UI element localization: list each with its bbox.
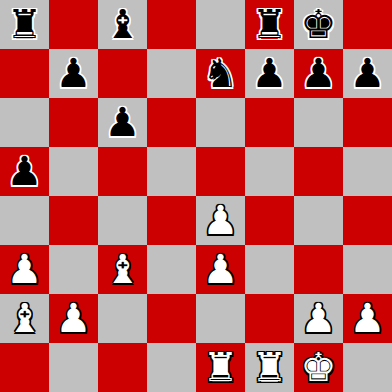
square-f4[interactable] [245, 196, 294, 245]
piece-black-pawn[interactable]: ♟ [350, 49, 386, 98]
square-a8[interactable]: ♜ [0, 0, 49, 49]
square-f7[interactable]: ♟ [245, 49, 294, 98]
square-f2[interactable] [245, 294, 294, 343]
square-h7[interactable]: ♟ [343, 49, 392, 98]
square-f3[interactable] [245, 245, 294, 294]
square-c2[interactable] [98, 294, 147, 343]
square-g8[interactable]: ♚ [294, 0, 343, 49]
square-g2[interactable]: ♟ [294, 294, 343, 343]
piece-black-pawn[interactable]: ♟ [252, 49, 288, 98]
square-h8[interactable] [343, 0, 392, 49]
square-d7[interactable] [147, 49, 196, 98]
square-d3[interactable] [147, 245, 196, 294]
square-d5[interactable] [147, 147, 196, 196]
piece-black-pawn[interactable]: ♟ [7, 147, 43, 196]
square-g6[interactable] [294, 98, 343, 147]
piece-white-pawn[interactable]: ♟ [7, 245, 43, 294]
square-b3[interactable] [49, 245, 98, 294]
square-c8[interactable]: ♝ [98, 0, 147, 49]
square-f1[interactable]: ♜ [245, 343, 294, 392]
piece-white-bishop[interactable]: ♝ [7, 294, 43, 343]
piece-white-pawn[interactable]: ♟ [203, 196, 239, 245]
square-b4[interactable] [49, 196, 98, 245]
square-h2[interactable]: ♟ [343, 294, 392, 343]
square-c4[interactable] [98, 196, 147, 245]
square-a6[interactable] [0, 98, 49, 147]
square-b6[interactable] [49, 98, 98, 147]
square-b7[interactable]: ♟ [49, 49, 98, 98]
piece-black-pawn[interactable]: ♟ [105, 98, 141, 147]
piece-black-rook[interactable]: ♜ [7, 0, 43, 49]
piece-white-bishop[interactable]: ♝ [105, 245, 141, 294]
square-f5[interactable] [245, 147, 294, 196]
square-d6[interactable] [147, 98, 196, 147]
square-e1[interactable]: ♜ [196, 343, 245, 392]
square-f6[interactable] [245, 98, 294, 147]
piece-black-pawn[interactable]: ♟ [301, 49, 337, 98]
square-d8[interactable] [147, 0, 196, 49]
square-c1[interactable] [98, 343, 147, 392]
square-g1[interactable]: ♚ [294, 343, 343, 392]
piece-white-pawn[interactable]: ♟ [56, 294, 92, 343]
square-g5[interactable] [294, 147, 343, 196]
piece-black-pawn[interactable]: ♟ [56, 49, 92, 98]
square-e6[interactable] [196, 98, 245, 147]
square-b1[interactable] [49, 343, 98, 392]
square-a4[interactable] [0, 196, 49, 245]
piece-white-pawn[interactable]: ♟ [203, 245, 239, 294]
square-a1[interactable] [0, 343, 49, 392]
square-b8[interactable] [49, 0, 98, 49]
square-c5[interactable] [98, 147, 147, 196]
square-f8[interactable]: ♜ [245, 0, 294, 49]
square-c3[interactable]: ♝ [98, 245, 147, 294]
square-a2[interactable]: ♝ [0, 294, 49, 343]
square-e2[interactable] [196, 294, 245, 343]
square-h5[interactable] [343, 147, 392, 196]
piece-white-rook[interactable]: ♜ [203, 343, 239, 392]
piece-white-rook[interactable]: ♜ [252, 343, 288, 392]
piece-white-king[interactable]: ♚ [301, 343, 337, 392]
square-d1[interactable] [147, 343, 196, 392]
square-e4[interactable]: ♟ [196, 196, 245, 245]
square-b5[interactable] [49, 147, 98, 196]
piece-white-pawn[interactable]: ♟ [301, 294, 337, 343]
square-g7[interactable]: ♟ [294, 49, 343, 98]
square-c7[interactable] [98, 49, 147, 98]
square-d2[interactable] [147, 294, 196, 343]
square-h4[interactable] [343, 196, 392, 245]
square-e7[interactable]: ♞ [196, 49, 245, 98]
square-g3[interactable] [294, 245, 343, 294]
square-a7[interactable] [0, 49, 49, 98]
square-g4[interactable] [294, 196, 343, 245]
square-b2[interactable]: ♟ [49, 294, 98, 343]
square-h3[interactable] [343, 245, 392, 294]
square-c6[interactable]: ♟ [98, 98, 147, 147]
piece-black-rook[interactable]: ♜ [252, 0, 288, 49]
square-h1[interactable] [343, 343, 392, 392]
square-a5[interactable]: ♟ [0, 147, 49, 196]
piece-white-pawn[interactable]: ♟ [350, 294, 386, 343]
square-a3[interactable]: ♟ [0, 245, 49, 294]
square-e3[interactable]: ♟ [196, 245, 245, 294]
square-e5[interactable] [196, 147, 245, 196]
piece-black-knight[interactable]: ♞ [203, 49, 239, 98]
square-e8[interactable] [196, 0, 245, 49]
piece-black-king[interactable]: ♚ [301, 0, 337, 49]
piece-black-bishop[interactable]: ♝ [105, 0, 141, 49]
chess-board: ♜♝♜♚♟♞♟♟♟♟♟♟♟♝♟♝♟♟♟♜♜♚ [0, 0, 392, 392]
square-h6[interactable] [343, 98, 392, 147]
square-d4[interactable] [147, 196, 196, 245]
